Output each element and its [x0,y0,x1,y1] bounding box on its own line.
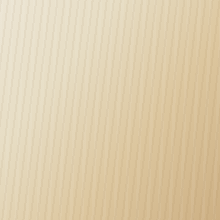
chinese-checkers-board [0,0,220,220]
table-surface [0,0,220,220]
